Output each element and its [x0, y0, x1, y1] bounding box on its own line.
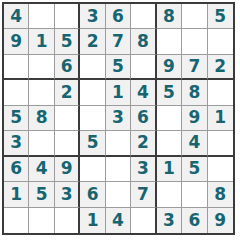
- cell-r5c6: 6: [131, 106, 156, 131]
- cell-r9c1[interactable]: [4, 208, 29, 233]
- cell-r9c5: 4: [106, 208, 131, 233]
- cell-r8c1: 1: [4, 182, 29, 207]
- cell-r5c8: 9: [182, 106, 207, 131]
- cell-r6c6: 2: [131, 131, 156, 156]
- cell-r6c8: 4: [182, 131, 207, 156]
- cell-r4c8: 8: [182, 80, 207, 105]
- cell-r3c9: 2: [208, 55, 233, 80]
- cell-r3c7: 9: [157, 55, 182, 80]
- cell-r6c2[interactable]: [29, 131, 54, 156]
- cell-r1c3[interactable]: [55, 4, 80, 29]
- cell-r1c7: 8: [157, 4, 182, 29]
- cell-r2c6: 8: [131, 29, 156, 54]
- cell-r1c2[interactable]: [29, 4, 54, 29]
- cell-r5c7[interactable]: [157, 106, 182, 131]
- cell-r2c8[interactable]: [182, 29, 207, 54]
- cell-r3c8: 7: [182, 55, 207, 80]
- cell-r6c1: 3: [4, 131, 29, 156]
- cell-r8c8[interactable]: [182, 182, 207, 207]
- cell-r8c3: 3: [55, 182, 80, 207]
- cell-r5c4[interactable]: [80, 106, 105, 131]
- sudoku-board: 4368591527865972214585836913524649315153…: [2, 2, 235, 235]
- cell-r4c4[interactable]: [80, 80, 105, 105]
- cell-r5c9: 1: [208, 106, 233, 131]
- cell-r4c5: 1: [106, 80, 131, 105]
- cell-r2c2: 1: [29, 29, 54, 54]
- cell-r2c1: 9: [4, 29, 29, 54]
- cell-r1c6[interactable]: [131, 4, 156, 29]
- cell-r3c1[interactable]: [4, 55, 29, 80]
- cell-r7c3: 9: [55, 157, 80, 182]
- cell-r3c6[interactable]: [131, 55, 156, 80]
- cell-r9c7: 3: [157, 208, 182, 233]
- cell-r2c9[interactable]: [208, 29, 233, 54]
- cell-r1c5: 6: [106, 4, 131, 29]
- cell-r3c4[interactable]: [80, 55, 105, 80]
- cell-r9c4: 1: [80, 208, 105, 233]
- cell-r8c5[interactable]: [106, 182, 131, 207]
- cell-r9c6[interactable]: [131, 208, 156, 233]
- cell-r9c3[interactable]: [55, 208, 80, 233]
- cell-r6c5[interactable]: [106, 131, 131, 156]
- cell-r9c2[interactable]: [29, 208, 54, 233]
- cell-r5c5: 3: [106, 106, 131, 131]
- cell-r7c7: 1: [157, 157, 182, 182]
- cell-r4c6: 4: [131, 80, 156, 105]
- cell-r8c6: 7: [131, 182, 156, 207]
- cell-r6c9[interactable]: [208, 131, 233, 156]
- cell-r7c1: 6: [4, 157, 29, 182]
- cell-r8c7[interactable]: [157, 182, 182, 207]
- cell-r9c8: 6: [182, 208, 207, 233]
- cell-r2c4: 2: [80, 29, 105, 54]
- cell-r3c3: 6: [55, 55, 80, 80]
- cell-r3c5: 5: [106, 55, 131, 80]
- cell-r8c4: 6: [80, 182, 105, 207]
- cell-r5c3[interactable]: [55, 106, 80, 131]
- cell-r5c2: 8: [29, 106, 54, 131]
- cell-r2c7[interactable]: [157, 29, 182, 54]
- cell-r1c8[interactable]: [182, 4, 207, 29]
- cell-r7c8: 5: [182, 157, 207, 182]
- cell-r7c4[interactable]: [80, 157, 105, 182]
- cell-r7c2: 4: [29, 157, 54, 182]
- cell-r7c5[interactable]: [106, 157, 131, 182]
- cell-r4c9[interactable]: [208, 80, 233, 105]
- cell-r6c3[interactable]: [55, 131, 80, 156]
- cell-r5c1: 5: [4, 106, 29, 131]
- cell-r8c9: 8: [208, 182, 233, 207]
- cell-r6c7[interactable]: [157, 131, 182, 156]
- cell-r1c1: 4: [4, 4, 29, 29]
- cell-r1c4: 3: [80, 4, 105, 29]
- cell-r4c3: 2: [55, 80, 80, 105]
- cell-r7c6: 3: [131, 157, 156, 182]
- cell-r2c5: 7: [106, 29, 131, 54]
- cell-r4c2[interactable]: [29, 80, 54, 105]
- cell-r1c9: 5: [208, 4, 233, 29]
- cell-r7c9[interactable]: [208, 157, 233, 182]
- cell-r9c9: 9: [208, 208, 233, 233]
- cell-r2c3: 5: [55, 29, 80, 54]
- cell-r4c7: 5: [157, 80, 182, 105]
- cell-r4c1[interactable]: [4, 80, 29, 105]
- cell-r6c4: 5: [80, 131, 105, 156]
- cell-r3c2[interactable]: [29, 55, 54, 80]
- cell-r8c2: 5: [29, 182, 54, 207]
